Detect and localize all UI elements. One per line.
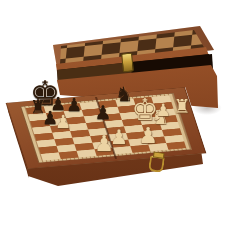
piece-dark-knight: ♞ [115, 84, 133, 104]
piece-light-pawn: ♟ [110, 127, 128, 147]
piece-light-rook: ♜ [173, 97, 190, 116]
chess-set-product-photo: ♚♜♟♟♟♟♞♟♚♞♟♟♜♟♟ [0, 0, 228, 228]
piece-light-pawn: ♟ [155, 102, 170, 119]
pieces-layer: ♚♜♟♟♟♟♞♟♚♞♟♟♜♟♟ [0, 0, 228, 228]
piece-dark-pawn: ♟ [94, 103, 111, 122]
piece-light-pawn: ♟ [138, 125, 158, 147]
piece-light-pawn: ♟ [55, 113, 71, 131]
